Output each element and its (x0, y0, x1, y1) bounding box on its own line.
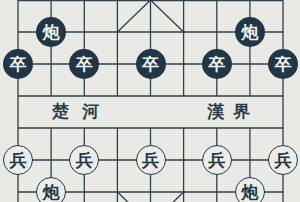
piece-black-soldier[interactable]: 卒 (136, 49, 166, 79)
piece-white-soldier[interactable]: 兵 (268, 145, 298, 175)
pieces-layer: 炮炮卒卒卒卒卒兵兵兵兵兵炮炮 (2, 0, 300, 202)
piece-glyph: 兵 (76, 152, 93, 169)
piece-glyph: 卒 (76, 56, 93, 73)
piece-white-soldier[interactable]: 兵 (3, 145, 33, 175)
piece-glyph: 炮 (241, 24, 258, 41)
piece-glyph: 炮 (241, 184, 258, 201)
piece-glyph: 卒 (275, 56, 292, 73)
piece-white-cannon[interactable]: 炮 (235, 177, 265, 202)
piece-glyph: 卒 (142, 56, 159, 73)
piece-black-soldier[interactable]: 卒 (69, 49, 99, 79)
piece-glyph: 卒 (208, 56, 225, 73)
xiangqi-board: 楚河 漢界 炮炮卒卒卒卒卒兵兵兵兵兵炮炮 (0, 0, 300, 202)
piece-white-soldier[interactable]: 兵 (202, 145, 232, 175)
piece-black-cannon[interactable]: 炮 (36, 17, 66, 47)
piece-glyph: 兵 (275, 152, 292, 169)
piece-glyph: 兵 (208, 152, 225, 169)
piece-black-soldier[interactable]: 卒 (202, 49, 232, 79)
piece-black-soldier[interactable]: 卒 (268, 49, 298, 79)
piece-white-soldier[interactable]: 兵 (69, 145, 99, 175)
piece-glyph: 卒 (10, 56, 27, 73)
piece-glyph: 兵 (142, 152, 159, 169)
piece-white-soldier[interactable]: 兵 (136, 145, 166, 175)
piece-black-soldier[interactable]: 卒 (3, 49, 33, 79)
piece-glyph: 炮 (43, 184, 60, 201)
piece-glyph: 炮 (43, 24, 60, 41)
piece-white-cannon[interactable]: 炮 (36, 177, 66, 202)
piece-black-cannon[interactable]: 炮 (235, 17, 265, 47)
piece-glyph: 兵 (10, 152, 27, 169)
